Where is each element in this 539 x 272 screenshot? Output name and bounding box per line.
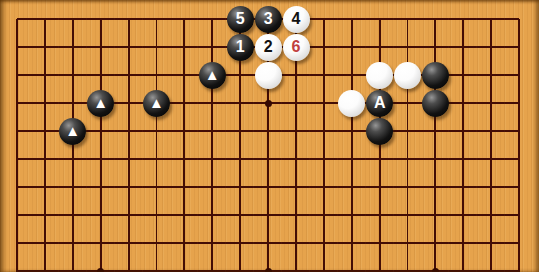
board-point[interactable]: [198, 257, 226, 272]
board-point[interactable]: [310, 201, 338, 229]
board-point[interactable]: [477, 173, 505, 201]
board-point[interactable]: [226, 201, 254, 229]
board-point[interactable]: [226, 229, 254, 257]
board-point[interactable]: [282, 173, 310, 201]
board-point[interactable]: [143, 5, 171, 33]
board-point[interactable]: [198, 201, 226, 229]
board-point[interactable]: [421, 5, 449, 33]
board-point[interactable]: [394, 117, 422, 145]
board-point[interactable]: [115, 61, 143, 89]
stone-label: 6: [292, 39, 301, 55]
board-point[interactable]: [170, 89, 198, 117]
board-point[interactable]: [3, 173, 31, 201]
board-point[interactable]: [505, 173, 533, 201]
board-point[interactable]: [477, 257, 505, 272]
board-point[interactable]: [310, 61, 338, 89]
board-point[interactable]: [310, 33, 338, 61]
board-point[interactable]: [87, 33, 115, 61]
board-point[interactable]: [226, 89, 254, 117]
board-point[interactable]: [143, 33, 171, 61]
star-point: [265, 268, 272, 272]
board-point[interactable]: [3, 33, 31, 61]
board-point[interactable]: [31, 33, 59, 61]
board-point[interactable]: [87, 117, 115, 145]
board-point[interactable]: [421, 33, 449, 61]
board-point[interactable]: [366, 173, 394, 201]
board-point[interactable]: [254, 173, 282, 201]
board-point[interactable]: [366, 145, 394, 173]
triangle-mark: ▲: [65, 123, 80, 138]
board-point[interactable]: [338, 5, 366, 33]
board-point[interactable]: [115, 5, 143, 33]
board-point[interactable]: [31, 173, 59, 201]
board-point[interactable]: [170, 229, 198, 257]
board-point[interactable]: [477, 33, 505, 61]
board-point[interactable]: [505, 257, 533, 272]
board-point[interactable]: [394, 89, 422, 117]
board-point[interactable]: [366, 229, 394, 257]
board-point[interactable]: [338, 145, 366, 173]
board-point[interactable]: [198, 117, 226, 145]
board-point[interactable]: [254, 145, 282, 173]
board-point[interactable]: [282, 201, 310, 229]
board-point[interactable]: [87, 229, 115, 257]
board-point[interactable]: [505, 229, 533, 257]
board-point[interactable]: [143, 117, 171, 145]
board-point[interactable]: [143, 201, 171, 229]
triangle-mark: ▲: [149, 95, 164, 110]
board-point[interactable]: [3, 89, 31, 117]
board-point[interactable]: [505, 5, 533, 33]
stone-black-Q16[interactable]: [422, 90, 449, 117]
board-point[interactable]: [3, 117, 31, 145]
board-point[interactable]: [449, 229, 477, 257]
board-point[interactable]: [59, 5, 87, 33]
board-point[interactable]: [449, 33, 477, 61]
board-point[interactable]: [449, 5, 477, 33]
board-point[interactable]: [421, 117, 449, 145]
board-point[interactable]: [3, 229, 31, 257]
board-point[interactable]: [338, 33, 366, 61]
board-point[interactable]: [477, 117, 505, 145]
board-point[interactable]: [310, 229, 338, 257]
board-point[interactable]: [310, 145, 338, 173]
board-point[interactable]: [394, 257, 422, 272]
board-point[interactable]: [282, 89, 310, 117]
board-point[interactable]: [477, 89, 505, 117]
stone-black-K19[interactable]: 3: [255, 6, 282, 33]
board-point[interactable]: [31, 201, 59, 229]
board-point[interactable]: [254, 117, 282, 145]
board-point[interactable]: [477, 201, 505, 229]
board-point[interactable]: [338, 173, 366, 201]
board-point[interactable]: [338, 61, 366, 89]
board-point[interactable]: [198, 5, 226, 33]
board-point[interactable]: [310, 117, 338, 145]
board-point[interactable]: [394, 229, 422, 257]
stone-white-K17[interactable]: [255, 62, 282, 89]
stone-label: 5: [236, 11, 245, 27]
stone-black-H17[interactable]: ▲: [199, 62, 226, 89]
board-point[interactable]: [59, 33, 87, 61]
board-point[interactable]: [449, 117, 477, 145]
board-point[interactable]: [226, 61, 254, 89]
board-point[interactable]: [421, 229, 449, 257]
board-point[interactable]: [115, 33, 143, 61]
triangle-mark: ▲: [93, 95, 108, 110]
stone-white-P17[interactable]: [394, 62, 421, 89]
star-point: [432, 268, 439, 272]
board-point[interactable]: [31, 145, 59, 173]
board-point[interactable]: [366, 201, 394, 229]
board-point[interactable]: [87, 201, 115, 229]
board-point[interactable]: [143, 173, 171, 201]
board-point[interactable]: [115, 229, 143, 257]
board-point[interactable]: [198, 145, 226, 173]
board-point[interactable]: [87, 5, 115, 33]
board-point[interactable]: [338, 117, 366, 145]
board-point[interactable]: [421, 201, 449, 229]
board-point[interactable]: [226, 145, 254, 173]
board-point[interactable]: [198, 33, 226, 61]
board-point[interactable]: [170, 117, 198, 145]
board-point[interactable]: [3, 5, 31, 33]
board-point[interactable]: [3, 61, 31, 89]
stone-label: 3: [264, 11, 273, 27]
board-point[interactable]: [87, 145, 115, 173]
board-point[interactable]: [226, 173, 254, 201]
stone-white-O17[interactable]: [366, 62, 393, 89]
board-point[interactable]: [31, 257, 59, 272]
stone-black-C15[interactable]: ▲: [59, 118, 86, 145]
board-point[interactable]: [505, 145, 533, 173]
board-point[interactable]: [310, 89, 338, 117]
board-point[interactable]: [31, 117, 59, 145]
board-point[interactable]: [477, 61, 505, 89]
board-point[interactable]: [143, 145, 171, 173]
board-point[interactable]: [366, 5, 394, 33]
board-point[interactable]: [449, 257, 477, 272]
stone-white-L18[interactable]: 6: [283, 34, 310, 61]
board-point[interactable]: [59, 145, 87, 173]
board-point[interactable]: [31, 229, 59, 257]
board-point[interactable]: [310, 5, 338, 33]
board-point[interactable]: [143, 257, 171, 272]
board-point[interactable]: [477, 145, 505, 173]
board-point[interactable]: [170, 201, 198, 229]
board-point[interactable]: [59, 173, 87, 201]
board-point[interactable]: [505, 33, 533, 61]
board-point[interactable]: [59, 89, 87, 117]
board-point[interactable]: [421, 173, 449, 201]
board-point[interactable]: [310, 257, 338, 272]
board-point[interactable]: [31, 61, 59, 89]
board-point[interactable]: [3, 145, 31, 173]
board-point[interactable]: [505, 201, 533, 229]
board-point[interactable]: [394, 173, 422, 201]
go-board: 534126▲▲▲A▲: [0, 0, 539, 272]
board-point[interactable]: [394, 145, 422, 173]
board-point[interactable]: [226, 117, 254, 145]
board-point[interactable]: [115, 145, 143, 173]
board-point[interactable]: [143, 229, 171, 257]
board-point[interactable]: [394, 201, 422, 229]
stone-label: A: [374, 95, 386, 111]
stone-black-F16[interactable]: ▲: [143, 90, 170, 117]
board-point[interactable]: [115, 89, 143, 117]
board-point[interactable]: [59, 257, 87, 272]
board-point[interactable]: [170, 145, 198, 173]
board-point[interactable]: [505, 89, 533, 117]
board-point[interactable]: [310, 173, 338, 201]
stone-white-L19[interactable]: 4: [283, 6, 310, 33]
board-point[interactable]: [59, 229, 87, 257]
stone-label: 2: [264, 39, 273, 55]
board-point[interactable]: [421, 145, 449, 173]
board-point[interactable]: [449, 201, 477, 229]
stone-black-O15[interactable]: [366, 118, 393, 145]
board-point[interactable]: [198, 229, 226, 257]
board-point[interactable]: [449, 61, 477, 89]
board-point[interactable]: [338, 257, 366, 272]
board-point[interactable]: [449, 89, 477, 117]
board-point[interactable]: [31, 89, 59, 117]
board-point[interactable]: [505, 61, 533, 89]
stone-black-D16[interactable]: ▲: [87, 90, 114, 117]
board-point[interactable]: [338, 201, 366, 229]
board-point[interactable]: [366, 257, 394, 272]
stone-black-J19[interactable]: 5: [227, 6, 254, 33]
board-point[interactable]: [31, 5, 59, 33]
board-point[interactable]: [170, 257, 198, 272]
board-point[interactable]: [87, 61, 115, 89]
board-point[interactable]: [477, 5, 505, 33]
board-point[interactable]: [115, 257, 143, 272]
board-point[interactable]: [282, 117, 310, 145]
stone-label: 4: [292, 11, 301, 27]
board-point[interactable]: [282, 229, 310, 257]
stone-white-N16[interactable]: [338, 90, 365, 117]
board-point[interactable]: [394, 33, 422, 61]
board-point[interactable]: [477, 229, 505, 257]
board-point[interactable]: [198, 89, 226, 117]
board-point[interactable]: [115, 117, 143, 145]
board-point[interactable]: [198, 173, 226, 201]
board-point[interactable]: [505, 117, 533, 145]
stone-black-O16[interactable]: A: [366, 90, 393, 117]
stone-black-J18[interactable]: 1: [227, 34, 254, 61]
board-point[interactable]: [366, 33, 394, 61]
board-point[interactable]: [3, 201, 31, 229]
board-point[interactable]: [170, 33, 198, 61]
board-point[interactable]: [282, 61, 310, 89]
board-point[interactable]: [170, 61, 198, 89]
board-point[interactable]: [338, 229, 366, 257]
board-point[interactable]: [3, 257, 31, 272]
board-point[interactable]: [87, 173, 115, 201]
board-point[interactable]: [449, 173, 477, 201]
board-point[interactable]: [282, 145, 310, 173]
board-point[interactable]: [170, 5, 198, 33]
board-point[interactable]: [115, 201, 143, 229]
board-point[interactable]: [115, 173, 143, 201]
board-point[interactable]: [226, 257, 254, 272]
board-point[interactable]: [143, 61, 171, 89]
board-point[interactable]: [394, 5, 422, 33]
board-point[interactable]: [449, 145, 477, 173]
board-point[interactable]: [59, 201, 87, 229]
stone-label: 1: [236, 39, 245, 55]
board-point[interactable]: [254, 229, 282, 257]
triangle-mark: ▲: [205, 67, 220, 82]
board-point[interactable]: [59, 61, 87, 89]
star-point: [265, 100, 272, 107]
board-point[interactable]: [254, 201, 282, 229]
stone-white-K18[interactable]: 2: [255, 34, 282, 61]
board-point[interactable]: [170, 173, 198, 201]
stone-black-Q17[interactable]: [422, 62, 449, 89]
board-point[interactable]: [282, 257, 310, 272]
